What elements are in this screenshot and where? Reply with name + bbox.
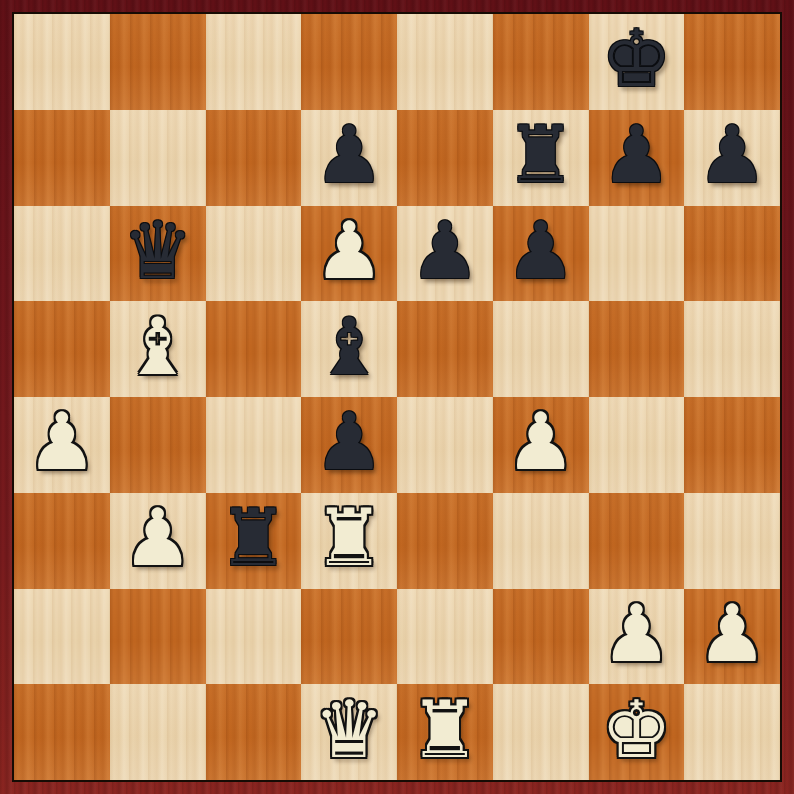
- square-a8[interactable]: [14, 14, 110, 110]
- black-rook[interactable]: ♜: [218, 499, 289, 578]
- square-c8[interactable]: [206, 14, 302, 110]
- white-pawn[interactable]: ♟: [601, 595, 672, 674]
- square-e5[interactable]: [397, 301, 493, 397]
- white-pawn[interactable]: ♟: [505, 403, 576, 482]
- square-b1[interactable]: [110, 684, 206, 780]
- square-a6[interactable]: [14, 206, 110, 302]
- square-g3[interactable]: [589, 493, 685, 589]
- square-c4[interactable]: [206, 397, 302, 493]
- square-c3[interactable]: ♜: [206, 493, 302, 589]
- square-b2[interactable]: [110, 589, 206, 685]
- square-g1[interactable]: ♚: [589, 684, 685, 780]
- square-e6[interactable]: ♟: [397, 206, 493, 302]
- square-b5[interactable]: ♝: [110, 301, 206, 397]
- white-pawn[interactable]: ♟: [26, 403, 97, 482]
- square-a7[interactable]: [14, 110, 110, 206]
- black-pawn[interactable]: ♟: [314, 403, 385, 482]
- black-rook[interactable]: ♜: [505, 116, 576, 195]
- square-e8[interactable]: [397, 14, 493, 110]
- square-d2[interactable]: [301, 589, 397, 685]
- square-d7[interactable]: ♟: [301, 110, 397, 206]
- square-d1[interactable]: ♛: [301, 684, 397, 780]
- square-f3[interactable]: [493, 493, 589, 589]
- square-f1[interactable]: [493, 684, 589, 780]
- square-h6[interactable]: [684, 206, 780, 302]
- square-c5[interactable]: [206, 301, 302, 397]
- square-b6[interactable]: ♛: [110, 206, 206, 302]
- square-e1[interactable]: ♜: [397, 684, 493, 780]
- square-a2[interactable]: [14, 589, 110, 685]
- square-c2[interactable]: [206, 589, 302, 685]
- square-g7[interactable]: ♟: [589, 110, 685, 206]
- square-b4[interactable]: [110, 397, 206, 493]
- black-pawn[interactable]: ♟: [601, 116, 672, 195]
- square-c7[interactable]: [206, 110, 302, 206]
- square-b8[interactable]: [110, 14, 206, 110]
- square-a4[interactable]: ♟: [14, 397, 110, 493]
- square-e7[interactable]: [397, 110, 493, 206]
- square-f8[interactable]: [493, 14, 589, 110]
- square-h3[interactable]: [684, 493, 780, 589]
- square-h4[interactable]: [684, 397, 780, 493]
- square-a3[interactable]: [14, 493, 110, 589]
- board-frame: ♚♟♜♟♟♛♟♟♟♝♝♟♟♟♟♜♜♟♟♛♜♚: [0, 0, 794, 794]
- square-h7[interactable]: ♟: [684, 110, 780, 206]
- square-g6[interactable]: [589, 206, 685, 302]
- white-king[interactable]: ♚: [601, 691, 672, 770]
- white-rook[interactable]: ♜: [314, 499, 385, 578]
- black-pawn[interactable]: ♟: [505, 212, 576, 291]
- black-bishop[interactable]: ♝: [314, 308, 385, 387]
- square-c1[interactable]: [206, 684, 302, 780]
- chess-board: ♚♟♜♟♟♛♟♟♟♝♝♟♟♟♟♜♜♟♟♛♜♚: [12, 12, 782, 782]
- white-pawn[interactable]: ♟: [122, 499, 193, 578]
- square-f4[interactable]: ♟: [493, 397, 589, 493]
- white-bishop[interactable]: ♝: [122, 308, 193, 387]
- white-pawn[interactable]: ♟: [314, 212, 385, 291]
- black-queen[interactable]: ♛: [122, 212, 193, 291]
- square-g4[interactable]: [589, 397, 685, 493]
- square-h2[interactable]: ♟: [684, 589, 780, 685]
- black-king[interactable]: ♚: [601, 20, 672, 99]
- square-a5[interactable]: [14, 301, 110, 397]
- square-c6[interactable]: [206, 206, 302, 302]
- square-b7[interactable]: [110, 110, 206, 206]
- square-e2[interactable]: [397, 589, 493, 685]
- white-pawn[interactable]: ♟: [697, 595, 768, 674]
- square-f5[interactable]: [493, 301, 589, 397]
- square-e3[interactable]: [397, 493, 493, 589]
- black-pawn[interactable]: ♟: [697, 116, 768, 195]
- square-e4[interactable]: [397, 397, 493, 493]
- square-h5[interactable]: [684, 301, 780, 397]
- square-g5[interactable]: [589, 301, 685, 397]
- square-g8[interactable]: ♚: [589, 14, 685, 110]
- square-a1[interactable]: [14, 684, 110, 780]
- square-d8[interactable]: [301, 14, 397, 110]
- square-f6[interactable]: ♟: [493, 206, 589, 302]
- square-f7[interactable]: ♜: [493, 110, 589, 206]
- square-h1[interactable]: [684, 684, 780, 780]
- square-f2[interactable]: [493, 589, 589, 685]
- square-h8[interactable]: [684, 14, 780, 110]
- white-rook[interactable]: ♜: [409, 691, 480, 770]
- black-pawn[interactable]: ♟: [314, 116, 385, 195]
- square-d6[interactable]: ♟: [301, 206, 397, 302]
- square-d4[interactable]: ♟: [301, 397, 397, 493]
- black-pawn[interactable]: ♟: [409, 212, 480, 291]
- square-d5[interactable]: ♝: [301, 301, 397, 397]
- square-d3[interactable]: ♜: [301, 493, 397, 589]
- square-b3[interactable]: ♟: [110, 493, 206, 589]
- square-g2[interactable]: ♟: [589, 589, 685, 685]
- white-queen[interactable]: ♛: [314, 691, 385, 770]
